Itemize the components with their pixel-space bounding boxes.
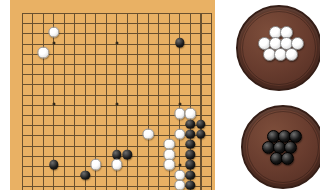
intersection[interactable] <box>154 79 165 89</box>
intersection[interactable] <box>70 171 81 181</box>
intersection[interactable] <box>112 99 123 109</box>
intersection[interactable] <box>70 58 81 68</box>
intersection[interactable] <box>175 130 186 140</box>
intersection[interactable] <box>28 58 39 68</box>
intersection[interactable] <box>185 171 196 181</box>
intersection[interactable] <box>49 69 60 79</box>
intersection[interactable] <box>206 18 215 28</box>
intersection[interactable] <box>185 8 196 18</box>
intersection[interactable] <box>91 109 102 119</box>
intersection[interactable] <box>38 160 49 170</box>
white-stone[interactable] <box>48 27 59 38</box>
intersection[interactable] <box>143 69 154 79</box>
intersection[interactable] <box>196 69 207 79</box>
intersection[interactable] <box>91 171 102 181</box>
intersection[interactable] <box>49 130 60 140</box>
intersection[interactable] <box>143 140 154 150</box>
intersection[interactable] <box>122 171 133 181</box>
intersection[interactable] <box>28 171 39 181</box>
intersection[interactable] <box>164 181 175 190</box>
intersection[interactable] <box>133 58 144 68</box>
intersection[interactable] <box>80 89 91 99</box>
black-stone[interactable] <box>196 130 205 139</box>
intersection[interactable] <box>80 150 91 160</box>
intersection[interactable] <box>17 28 28 38</box>
intersection[interactable] <box>80 28 91 38</box>
intersection[interactable] <box>49 48 60 58</box>
intersection[interactable] <box>122 79 133 89</box>
intersection[interactable] <box>101 171 112 181</box>
intersection[interactable] <box>49 58 60 68</box>
intersection[interactable] <box>28 48 39 58</box>
intersection[interactable] <box>49 120 60 130</box>
intersection[interactable] <box>206 48 215 58</box>
intersection[interactable] <box>175 28 186 38</box>
intersection[interactable] <box>91 38 102 48</box>
intersection[interactable] <box>143 38 154 48</box>
intersection[interactable] <box>175 58 186 68</box>
intersection[interactable] <box>122 130 133 140</box>
black-stone[interactable] <box>186 181 195 190</box>
intersection[interactable] <box>70 69 81 79</box>
intersection[interactable] <box>17 8 28 18</box>
intersection[interactable] <box>101 150 112 160</box>
intersection[interactable] <box>38 150 49 160</box>
intersection[interactable] <box>143 109 154 119</box>
intersection[interactable] <box>91 79 102 89</box>
intersection[interactable] <box>59 48 70 58</box>
intersection[interactable] <box>112 109 123 119</box>
intersection[interactable] <box>206 89 215 99</box>
intersection[interactable] <box>59 99 70 109</box>
intersection[interactable] <box>101 79 112 89</box>
intersection[interactable] <box>154 28 165 38</box>
intersection[interactable] <box>196 120 207 130</box>
intersection[interactable] <box>59 18 70 28</box>
intersection[interactable] <box>112 171 123 181</box>
intersection[interactable] <box>70 120 81 130</box>
intersection[interactable] <box>122 28 133 38</box>
intersection[interactable] <box>91 48 102 58</box>
intersection[interactable] <box>122 89 133 99</box>
intersection[interactable] <box>80 99 91 109</box>
intersection[interactable] <box>112 89 123 99</box>
intersection[interactable] <box>164 89 175 99</box>
intersection[interactable] <box>38 140 49 150</box>
intersection[interactable] <box>133 150 144 160</box>
intersection[interactable] <box>206 79 215 89</box>
intersection[interactable] <box>38 28 49 38</box>
intersection[interactable] <box>196 150 207 160</box>
intersection[interactable] <box>17 171 28 181</box>
intersection[interactable] <box>91 8 102 18</box>
intersection[interactable] <box>91 18 102 28</box>
intersection[interactable] <box>80 160 91 170</box>
intersection[interactable] <box>38 109 49 119</box>
intersection[interactable] <box>164 120 175 130</box>
intersection[interactable] <box>112 140 123 150</box>
intersection[interactable] <box>175 109 186 119</box>
intersection[interactable] <box>112 130 123 140</box>
intersection[interactable] <box>185 38 196 48</box>
intersection[interactable] <box>80 79 91 89</box>
intersection[interactable] <box>185 181 196 190</box>
intersection[interactable] <box>28 79 39 89</box>
intersection[interactable] <box>59 109 70 119</box>
black-stone[interactable] <box>175 38 184 47</box>
intersection[interactable] <box>80 120 91 130</box>
intersection[interactable] <box>80 18 91 28</box>
intersection[interactable] <box>164 99 175 109</box>
intersection[interactable] <box>133 99 144 109</box>
intersection[interactable] <box>175 38 186 48</box>
intersection[interactable] <box>28 140 39 150</box>
intersection[interactable] <box>196 18 207 28</box>
intersection[interactable] <box>17 120 28 130</box>
intersection[interactable] <box>28 18 39 28</box>
intersection[interactable] <box>154 150 165 160</box>
intersection[interactable] <box>196 89 207 99</box>
intersection[interactable] <box>185 58 196 68</box>
intersection[interactable] <box>164 58 175 68</box>
black-stone[interactable] <box>49 160 58 169</box>
intersection[interactable] <box>143 58 154 68</box>
intersection[interactable] <box>28 150 39 160</box>
intersection[interactable] <box>164 28 175 38</box>
intersection[interactable] <box>122 181 133 190</box>
intersection[interactable] <box>122 160 133 170</box>
intersection[interactable] <box>175 48 186 58</box>
intersection[interactable] <box>164 79 175 89</box>
black-stone[interactable] <box>186 140 195 149</box>
intersection[interactable] <box>112 69 123 79</box>
intersection[interactable] <box>133 69 144 79</box>
intersection[interactable] <box>17 130 28 140</box>
intersection[interactable] <box>28 130 39 140</box>
intersection[interactable] <box>70 140 81 150</box>
intersection[interactable] <box>164 160 175 170</box>
intersection[interactable] <box>59 130 70 140</box>
intersection[interactable] <box>38 120 49 130</box>
intersection[interactable] <box>17 109 28 119</box>
intersection[interactable] <box>101 160 112 170</box>
intersection[interactable] <box>70 109 81 119</box>
intersection[interactable] <box>91 120 102 130</box>
intersection[interactable] <box>38 8 49 18</box>
intersection[interactable] <box>101 28 112 38</box>
intersection[interactable] <box>154 18 165 28</box>
intersection[interactable] <box>17 69 28 79</box>
intersection[interactable] <box>206 38 215 48</box>
intersection[interactable] <box>154 38 165 48</box>
intersection[interactable] <box>70 160 81 170</box>
intersection[interactable] <box>143 79 154 89</box>
intersection[interactable] <box>101 58 112 68</box>
intersection[interactable] <box>70 150 81 160</box>
intersection[interactable] <box>17 150 28 160</box>
intersection[interactable] <box>206 109 215 119</box>
intersection[interactable] <box>49 38 60 48</box>
black-stone[interactable] <box>186 119 195 128</box>
intersection[interactable] <box>28 38 39 48</box>
intersection[interactable] <box>122 18 133 28</box>
intersection[interactable] <box>164 171 175 181</box>
go-board[interactable] <box>10 0 215 190</box>
intersection[interactable] <box>59 181 70 190</box>
intersection[interactable] <box>143 160 154 170</box>
intersection[interactable] <box>80 181 91 190</box>
intersection[interactable] <box>206 99 215 109</box>
intersection[interactable] <box>80 8 91 18</box>
intersection[interactable] <box>154 120 165 130</box>
intersection[interactable] <box>154 130 165 140</box>
intersection[interactable] <box>133 160 144 170</box>
intersection[interactable] <box>206 8 215 18</box>
intersection[interactable] <box>38 171 49 181</box>
intersection[interactable] <box>185 150 196 160</box>
intersection[interactable] <box>154 109 165 119</box>
intersection[interactable] <box>91 69 102 79</box>
intersection[interactable] <box>38 89 49 99</box>
intersection[interactable] <box>70 99 81 109</box>
intersection[interactable] <box>28 89 39 99</box>
intersection[interactable] <box>70 38 81 48</box>
intersection[interactable] <box>28 181 39 190</box>
goban-grid[interactable] <box>17 8 215 191</box>
intersection[interactable] <box>122 69 133 79</box>
intersection[interactable] <box>133 120 144 130</box>
white-stone[interactable] <box>143 128 154 139</box>
intersection[interactable] <box>133 28 144 38</box>
intersection[interactable] <box>49 99 60 109</box>
intersection[interactable] <box>59 58 70 68</box>
intersection[interactable] <box>28 28 39 38</box>
intersection[interactable] <box>185 140 196 150</box>
intersection[interactable] <box>59 160 70 170</box>
intersection[interactable] <box>154 99 165 109</box>
intersection[interactable] <box>28 99 39 109</box>
intersection[interactable] <box>185 120 196 130</box>
intersection[interactable] <box>196 38 207 48</box>
intersection[interactable] <box>91 160 102 170</box>
intersection[interactable] <box>17 140 28 150</box>
intersection[interactable] <box>49 171 60 181</box>
intersection[interactable] <box>49 140 60 150</box>
intersection[interactable] <box>164 38 175 48</box>
intersection[interactable] <box>112 160 123 170</box>
intersection[interactable] <box>80 171 91 181</box>
intersection[interactable] <box>154 8 165 18</box>
intersection[interactable] <box>70 89 81 99</box>
intersection[interactable] <box>175 181 186 190</box>
intersection[interactable] <box>59 140 70 150</box>
intersection[interactable] <box>206 28 215 38</box>
intersection[interactable] <box>17 48 28 58</box>
intersection[interactable] <box>122 38 133 48</box>
intersection[interactable] <box>38 79 49 89</box>
intersection[interactable] <box>206 58 215 68</box>
intersection[interactable] <box>101 89 112 99</box>
intersection[interactable] <box>196 28 207 38</box>
intersection[interactable] <box>101 48 112 58</box>
intersection[interactable] <box>101 130 112 140</box>
intersection[interactable] <box>80 109 91 119</box>
intersection[interactable] <box>80 140 91 150</box>
intersection[interactable] <box>133 181 144 190</box>
intersection[interactable] <box>70 79 81 89</box>
intersection[interactable] <box>206 130 215 140</box>
intersection[interactable] <box>154 69 165 79</box>
intersection[interactable] <box>143 99 154 109</box>
intersection[interactable] <box>175 8 186 18</box>
intersection[interactable] <box>185 89 196 99</box>
intersection[interactable] <box>133 48 144 58</box>
intersection[interactable] <box>101 181 112 190</box>
intersection[interactable] <box>59 120 70 130</box>
intersection[interactable] <box>122 109 133 119</box>
intersection[interactable] <box>196 160 207 170</box>
intersection[interactable] <box>196 171 207 181</box>
intersection[interactable] <box>185 130 196 140</box>
intersection[interactable] <box>59 171 70 181</box>
intersection[interactable] <box>70 28 81 38</box>
intersection[interactable] <box>91 58 102 68</box>
intersection[interactable] <box>122 150 133 160</box>
intersection[interactable] <box>49 109 60 119</box>
intersection[interactable] <box>101 38 112 48</box>
intersection[interactable] <box>17 99 28 109</box>
intersection[interactable] <box>143 130 154 140</box>
intersection[interactable] <box>196 79 207 89</box>
intersection[interactable] <box>17 58 28 68</box>
intersection[interactable] <box>185 79 196 89</box>
intersection[interactable] <box>59 38 70 48</box>
black-stone[interactable] <box>186 150 195 159</box>
black-stone[interactable] <box>112 150 121 159</box>
intersection[interactable] <box>38 18 49 28</box>
black-stone[interactable] <box>196 119 205 128</box>
intersection[interactable] <box>196 130 207 140</box>
intersection[interactable] <box>143 171 154 181</box>
intersection[interactable] <box>70 48 81 58</box>
white-stone[interactable] <box>185 108 196 119</box>
black-stone[interactable] <box>186 130 195 139</box>
intersection[interactable] <box>91 130 102 140</box>
intersection[interactable] <box>206 171 215 181</box>
intersection[interactable] <box>80 38 91 48</box>
intersection[interactable] <box>49 160 60 170</box>
intersection[interactable] <box>196 8 207 18</box>
intersection[interactable] <box>80 48 91 58</box>
intersection[interactable] <box>38 69 49 79</box>
intersection[interactable] <box>133 89 144 99</box>
intersection[interactable] <box>133 130 144 140</box>
intersection[interactable] <box>206 120 215 130</box>
intersection[interactable] <box>49 89 60 99</box>
intersection[interactable] <box>175 140 186 150</box>
white-stone[interactable] <box>174 179 185 190</box>
intersection[interactable] <box>112 38 123 48</box>
intersection[interactable] <box>175 18 186 28</box>
intersection[interactable] <box>112 79 123 89</box>
intersection[interactable] <box>101 18 112 28</box>
intersection[interactable] <box>17 18 28 28</box>
intersection[interactable] <box>101 140 112 150</box>
intersection[interactable] <box>133 140 144 150</box>
intersection[interactable] <box>17 160 28 170</box>
intersection[interactable] <box>185 18 196 28</box>
intersection[interactable] <box>164 8 175 18</box>
intersection[interactable] <box>206 150 215 160</box>
black-stone[interactable] <box>123 150 132 159</box>
intersection[interactable] <box>133 38 144 48</box>
white-stone[interactable] <box>174 128 185 139</box>
intersection[interactable] <box>112 18 123 28</box>
intersection[interactable] <box>38 48 49 58</box>
intersection[interactable] <box>28 109 39 119</box>
intersection[interactable] <box>196 48 207 58</box>
intersection[interactable] <box>38 99 49 109</box>
intersection[interactable] <box>70 181 81 190</box>
intersection[interactable] <box>91 181 102 190</box>
intersection[interactable] <box>154 58 165 68</box>
intersection[interactable] <box>143 18 154 28</box>
black-stone[interactable] <box>186 160 195 169</box>
intersection[interactable] <box>80 58 91 68</box>
intersection[interactable] <box>122 8 133 18</box>
intersection[interactable] <box>17 38 28 48</box>
intersection[interactable] <box>59 79 70 89</box>
intersection[interactable] <box>112 58 123 68</box>
intersection[interactable] <box>133 171 144 181</box>
intersection[interactable] <box>133 8 144 18</box>
intersection[interactable] <box>185 160 196 170</box>
intersection[interactable] <box>38 58 49 68</box>
intersection[interactable] <box>206 181 215 190</box>
intersection[interactable] <box>175 69 186 79</box>
intersection[interactable] <box>28 8 39 18</box>
intersection[interactable] <box>185 69 196 79</box>
intersection[interactable] <box>112 48 123 58</box>
intersection[interactable] <box>49 8 60 18</box>
intersection[interactable] <box>38 130 49 140</box>
intersection[interactable] <box>59 89 70 99</box>
intersection[interactable] <box>49 79 60 89</box>
intersection[interactable] <box>101 69 112 79</box>
intersection[interactable] <box>154 181 165 190</box>
intersection[interactable] <box>143 150 154 160</box>
intersection[interactable] <box>122 120 133 130</box>
intersection[interactable] <box>154 48 165 58</box>
intersection[interactable] <box>28 120 39 130</box>
intersection[interactable] <box>154 171 165 181</box>
white-stone[interactable] <box>164 159 175 170</box>
intersection[interactable] <box>175 89 186 99</box>
intersection[interactable] <box>28 160 39 170</box>
white-stone[interactable] <box>90 159 101 170</box>
intersection[interactable] <box>154 140 165 150</box>
intersection[interactable] <box>59 150 70 160</box>
intersection[interactable] <box>59 69 70 79</box>
intersection[interactable] <box>196 181 207 190</box>
intersection[interactable] <box>122 99 133 109</box>
intersection[interactable] <box>70 18 81 28</box>
intersection[interactable] <box>154 89 165 99</box>
intersection[interactable] <box>143 181 154 190</box>
intersection[interactable] <box>133 109 144 119</box>
intersection[interactable] <box>91 140 102 150</box>
intersection[interactable] <box>91 99 102 109</box>
